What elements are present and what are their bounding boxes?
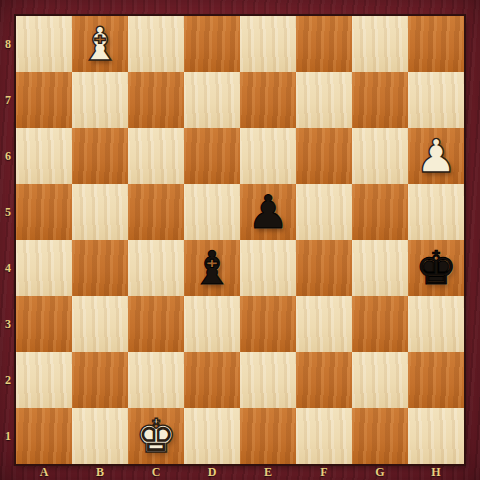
square-d6[interactable] (184, 128, 240, 184)
chess-board: ♝♟♟♝♚♚ (16, 16, 464, 464)
square-f5[interactable] (296, 184, 352, 240)
rank-label-8: 8 (0, 16, 16, 72)
square-b3[interactable] (72, 296, 128, 352)
square-h6[interactable]: ♟ (408, 128, 464, 184)
square-d7[interactable] (184, 72, 240, 128)
file-label-e: E (240, 464, 296, 480)
square-b6[interactable] (72, 128, 128, 184)
chessboard-scene: ♝♟♟♝♚♚ 12345678ABCDEFGH (0, 0, 480, 480)
square-h5[interactable] (408, 184, 464, 240)
square-f8[interactable] (296, 16, 352, 72)
square-a4[interactable] (16, 240, 72, 296)
square-h3[interactable] (408, 296, 464, 352)
square-c5[interactable] (128, 184, 184, 240)
square-c6[interactable] (128, 128, 184, 184)
square-d5[interactable] (184, 184, 240, 240)
square-f1[interactable] (296, 408, 352, 464)
square-f6[interactable] (296, 128, 352, 184)
square-e3[interactable] (240, 296, 296, 352)
black-king[interactable]: ♚ (415, 240, 456, 296)
square-f3[interactable] (296, 296, 352, 352)
square-f2[interactable] (296, 352, 352, 408)
square-g7[interactable] (352, 72, 408, 128)
rank-label-6: 6 (0, 128, 16, 184)
square-c1[interactable]: ♚ (128, 408, 184, 464)
square-b5[interactable] (72, 184, 128, 240)
square-a7[interactable] (16, 72, 72, 128)
white-king[interactable]: ♚ (135, 408, 176, 464)
square-c7[interactable] (128, 72, 184, 128)
square-g6[interactable] (352, 128, 408, 184)
square-a8[interactable] (16, 16, 72, 72)
square-h1[interactable] (408, 408, 464, 464)
square-e6[interactable] (240, 128, 296, 184)
square-c4[interactable] (128, 240, 184, 296)
rank-label-2: 2 (0, 352, 16, 408)
file-label-f: F (296, 464, 352, 480)
square-f4[interactable] (296, 240, 352, 296)
square-a1[interactable] (16, 408, 72, 464)
black-bishop[interactable]: ♝ (191, 240, 232, 296)
file-label-b: B (72, 464, 128, 480)
square-e1[interactable] (240, 408, 296, 464)
square-h8[interactable] (408, 16, 464, 72)
square-e5[interactable]: ♟ (240, 184, 296, 240)
rank-label-4: 4 (0, 240, 16, 296)
square-a5[interactable] (16, 184, 72, 240)
square-c8[interactable] (128, 16, 184, 72)
square-d1[interactable] (184, 408, 240, 464)
square-d3[interactable] (184, 296, 240, 352)
file-label-c: C (128, 464, 184, 480)
square-a6[interactable] (16, 128, 72, 184)
square-d4[interactable]: ♝ (184, 240, 240, 296)
rank-label-3: 3 (0, 296, 16, 352)
rank-label-7: 7 (0, 72, 16, 128)
square-g4[interactable] (352, 240, 408, 296)
square-d2[interactable] (184, 352, 240, 408)
square-g3[interactable] (352, 296, 408, 352)
square-h4[interactable]: ♚ (408, 240, 464, 296)
rank-label-1: 1 (0, 408, 16, 464)
square-g8[interactable] (352, 16, 408, 72)
rank-label-5: 5 (0, 184, 16, 240)
square-a3[interactable] (16, 296, 72, 352)
square-g2[interactable] (352, 352, 408, 408)
file-label-a: A (16, 464, 72, 480)
square-g1[interactable] (352, 408, 408, 464)
square-b2[interactable] (72, 352, 128, 408)
square-b4[interactable] (72, 240, 128, 296)
square-g5[interactable] (352, 184, 408, 240)
square-b8[interactable]: ♝ (72, 16, 128, 72)
white-bishop[interactable]: ♝ (79, 16, 120, 72)
square-a2[interactable] (16, 352, 72, 408)
black-pawn[interactable]: ♟ (247, 184, 288, 240)
white-pawn[interactable]: ♟ (415, 128, 456, 184)
square-e2[interactable] (240, 352, 296, 408)
square-h2[interactable] (408, 352, 464, 408)
square-c3[interactable] (128, 296, 184, 352)
square-c2[interactable] (128, 352, 184, 408)
square-h7[interactable] (408, 72, 464, 128)
square-e7[interactable] (240, 72, 296, 128)
file-label-h: H (408, 464, 464, 480)
square-e4[interactable] (240, 240, 296, 296)
square-b7[interactable] (72, 72, 128, 128)
square-f7[interactable] (296, 72, 352, 128)
square-e8[interactable] (240, 16, 296, 72)
file-label-g: G (352, 464, 408, 480)
file-label-d: D (184, 464, 240, 480)
square-b1[interactable] (72, 408, 128, 464)
square-d8[interactable] (184, 16, 240, 72)
